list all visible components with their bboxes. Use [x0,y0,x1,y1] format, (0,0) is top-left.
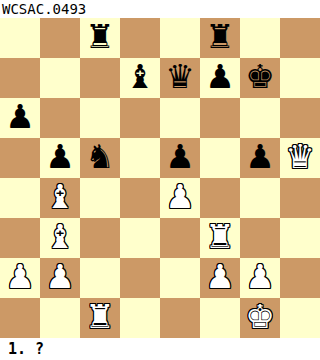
square-e1[interactable] [160,298,200,338]
square-g3[interactable] [240,218,280,258]
square-e2[interactable] [160,258,200,298]
square-a7[interactable] [0,58,40,98]
piece-white-king[interactable]: ♚ [245,298,275,337]
square-g7[interactable]: ♚ [240,58,280,98]
piece-black-rook[interactable]: ♜ [85,18,115,57]
square-d5[interactable] [120,138,160,178]
piece-white-rook[interactable]: ♜ [85,298,115,337]
square-d7[interactable]: ♝ [120,58,160,98]
square-e6[interactable] [160,98,200,138]
piece-white-bishop[interactable]: ♝ [45,218,75,257]
square-b5[interactable]: ♟ [40,138,80,178]
square-g8[interactable] [240,18,280,58]
square-d4[interactable] [120,178,160,218]
piece-black-knight[interactable]: ♞ [85,138,115,177]
square-a3[interactable] [0,218,40,258]
square-d1[interactable] [120,298,160,338]
square-d2[interactable] [120,258,160,298]
piece-white-pawn[interactable]: ♟ [45,258,75,297]
square-g5[interactable]: ♟ [240,138,280,178]
chess-puzzle-window: WCSAC.0493 ♜♜♝♛♟♚♟♟♞♟♟♛♝♟♝♜♟♟♟♟♜♚ 1. ? [0,0,320,360]
square-b1[interactable] [40,298,80,338]
square-b7[interactable] [40,58,80,98]
square-d6[interactable] [120,98,160,138]
square-d8[interactable] [120,18,160,58]
square-a8[interactable] [0,18,40,58]
square-h2[interactable] [280,258,320,298]
chess-board: ♜♜♝♛♟♚♟♟♞♟♟♛♝♟♝♜♟♟♟♟♜♚ [0,18,320,338]
square-f5[interactable] [200,138,240,178]
square-f4[interactable] [200,178,240,218]
piece-black-king[interactable]: ♚ [245,58,275,97]
square-h1[interactable] [280,298,320,338]
square-h5[interactable]: ♛ [280,138,320,178]
piece-white-pawn[interactable]: ♟ [205,258,235,297]
square-c6[interactable] [80,98,120,138]
piece-white-pawn[interactable]: ♟ [165,178,195,217]
square-g4[interactable] [240,178,280,218]
square-b2[interactable]: ♟ [40,258,80,298]
square-f8[interactable]: ♜ [200,18,240,58]
square-e5[interactable]: ♟ [160,138,200,178]
square-c8[interactable]: ♜ [80,18,120,58]
square-a2[interactable]: ♟ [0,258,40,298]
square-a6[interactable]: ♟ [0,98,40,138]
square-c1[interactable]: ♜ [80,298,120,338]
square-c4[interactable] [80,178,120,218]
square-e3[interactable] [160,218,200,258]
square-c3[interactable] [80,218,120,258]
square-g2[interactable]: ♟ [240,258,280,298]
piece-black-bishop[interactable]: ♝ [125,58,155,97]
square-b6[interactable] [40,98,80,138]
square-h7[interactable] [280,58,320,98]
square-f6[interactable] [200,98,240,138]
piece-black-pawn[interactable]: ♟ [205,58,235,97]
puzzle-title: WCSAC.0493 [2,1,86,17]
square-b8[interactable] [40,18,80,58]
piece-black-pawn[interactable]: ♟ [45,138,75,177]
square-b3[interactable]: ♝ [40,218,80,258]
square-c2[interactable] [80,258,120,298]
piece-black-queen[interactable]: ♛ [165,58,195,97]
square-e8[interactable] [160,18,200,58]
piece-white-rook[interactable]: ♜ [205,218,235,257]
square-d3[interactable] [120,218,160,258]
piece-black-pawn[interactable]: ♟ [245,138,275,177]
piece-white-pawn[interactable]: ♟ [5,258,35,297]
square-a1[interactable] [0,298,40,338]
square-a5[interactable] [0,138,40,178]
square-f7[interactable]: ♟ [200,58,240,98]
piece-black-rook[interactable]: ♜ [205,18,235,57]
square-g6[interactable] [240,98,280,138]
piece-white-bishop[interactable]: ♝ [45,178,75,217]
square-e4[interactable]: ♟ [160,178,200,218]
square-f1[interactable] [200,298,240,338]
square-e7[interactable]: ♛ [160,58,200,98]
square-f3[interactable]: ♜ [200,218,240,258]
square-h8[interactable] [280,18,320,58]
piece-white-queen[interactable]: ♛ [285,138,315,177]
piece-black-pawn[interactable]: ♟ [165,138,195,177]
square-c5[interactable]: ♞ [80,138,120,178]
square-g1[interactable]: ♚ [240,298,280,338]
square-b4[interactable]: ♝ [40,178,80,218]
square-h3[interactable] [280,218,320,258]
square-h4[interactable] [280,178,320,218]
square-c7[interactable] [80,58,120,98]
piece-white-pawn[interactable]: ♟ [245,258,275,297]
piece-black-pawn[interactable]: ♟ [5,98,35,137]
square-h6[interactable] [280,98,320,138]
move-prompt: 1. ? [8,340,44,358]
square-a4[interactable] [0,178,40,218]
square-f2[interactable]: ♟ [200,258,240,298]
